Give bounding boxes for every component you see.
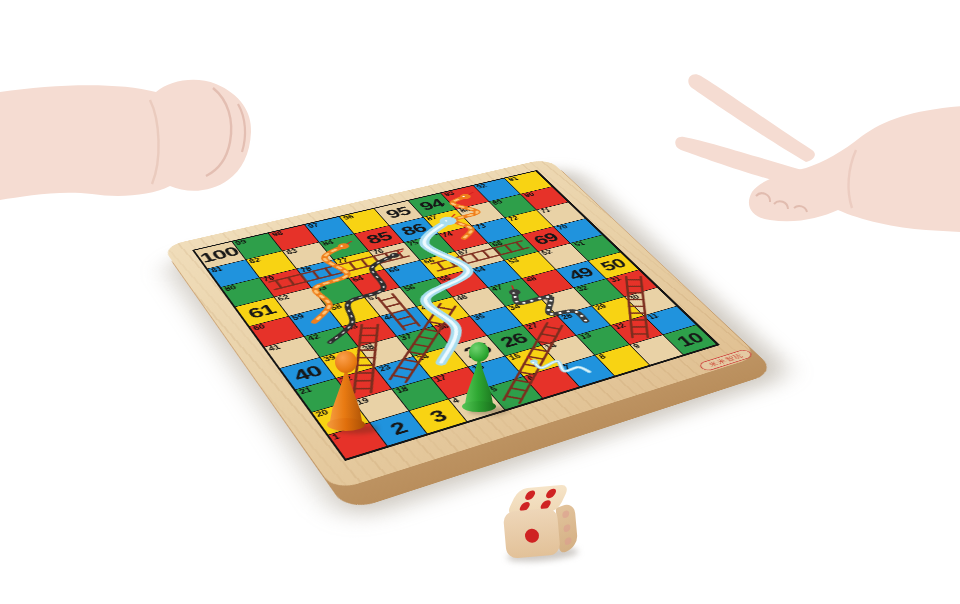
cell-number-24: 24	[416, 353, 431, 362]
cell-number-64: 64	[351, 275, 366, 283]
cell-number-87: 87	[425, 215, 439, 222]
cell-number-73: 73	[474, 223, 488, 230]
cell-number-1: 1	[331, 433, 342, 442]
cell-number-13: 13	[578, 332, 593, 341]
die-pip	[524, 528, 539, 543]
cell-number-9: 9	[632, 343, 642, 350]
cell-number-62: 62	[276, 294, 291, 302]
cell-number-4: 4	[451, 397, 462, 405]
pawn-green-body	[465, 356, 493, 404]
cell-number-80: 80	[223, 284, 238, 292]
cell-number-27: 27	[525, 323, 540, 332]
cell-number-23: 23	[377, 364, 393, 373]
die-pip	[563, 523, 570, 533]
pawn-orange-head	[335, 351, 357, 373]
cell-number-68: 68	[490, 240, 504, 247]
cell-number-60: 60	[252, 323, 267, 332]
cell-number-97: 97	[307, 222, 321, 229]
cell-number-6: 6	[526, 375, 537, 383]
cell-number-90: 90	[523, 192, 536, 199]
cell-number-91: 91	[507, 176, 520, 183]
cell-number-96: 96	[342, 214, 356, 221]
cell-number-66: 66	[422, 257, 436, 265]
cell-number-29: 29	[594, 303, 609, 311]
cell-number-43: 43	[345, 323, 360, 332]
pawn-orange	[327, 351, 365, 431]
cell-number-77: 77	[336, 257, 350, 265]
die-front-face	[503, 507, 561, 559]
cell-number-7: 7	[562, 364, 573, 372]
cell-number-93: 93	[443, 191, 456, 198]
cell-number-18: 18	[394, 385, 410, 395]
cell-number-63: 63	[314, 285, 329, 293]
die-pip	[524, 490, 537, 500]
cell-number-76: 76	[372, 248, 386, 256]
cell-number-98: 98	[271, 230, 285, 237]
cell-number-92: 92	[475, 183, 488, 190]
cell-number-30: 30	[627, 294, 642, 302]
pawn-green-head	[469, 342, 489, 362]
cell-number-55: 55	[438, 275, 452, 283]
cell-number-44: 44	[382, 313, 397, 322]
cell-number-33: 33	[542, 294, 557, 302]
pawn-green-base	[462, 401, 496, 412]
cell-number-81: 81	[210, 266, 225, 274]
cell-number-72: 72	[507, 215, 521, 222]
cell-number-52: 52	[540, 249, 554, 256]
cell-number-99: 99	[234, 239, 248, 247]
cell-number-21: 21	[298, 386, 314, 396]
cell-number-15: 15	[507, 353, 522, 362]
hand-left-fist	[0, 80, 251, 200]
hand-right-scissors	[675, 74, 960, 232]
cell-number-37: 37	[399, 333, 414, 342]
pawn-orange-body	[330, 367, 362, 421]
cell-number-14: 14	[543, 342, 558, 351]
die	[497, 483, 583, 566]
cell-number-35: 35	[472, 313, 487, 321]
cell-number-71: 71	[539, 208, 553, 215]
cell-number-67: 67	[457, 249, 471, 257]
cell-number-74: 74	[441, 232, 455, 239]
cell-number-12: 12	[613, 322, 628, 330]
cell-number-54: 54	[473, 266, 487, 274]
cell-number-32: 32	[576, 285, 590, 293]
cell-number-78: 78	[299, 266, 313, 274]
cell-number-41: 41	[267, 344, 282, 353]
pawn-orange-base	[327, 418, 365, 431]
cell-number-59: 59	[291, 313, 306, 322]
cell-number-84: 84	[321, 239, 335, 247]
cell-number-79: 79	[262, 275, 277, 283]
pawn-green	[462, 342, 496, 412]
cell-number-48: 48	[524, 276, 538, 284]
cell-number-70: 70	[556, 224, 570, 231]
cell-number-65: 65	[387, 266, 401, 274]
die-pip	[562, 509, 569, 519]
cell-number-51: 51	[573, 241, 587, 248]
cell-number-75: 75	[407, 240, 421, 247]
cell-number-11: 11	[646, 313, 660, 321]
cell-number-83: 83	[285, 248, 299, 256]
die-pip	[564, 537, 571, 547]
cell-number-36: 36	[436, 323, 451, 332]
cell-number-89: 89	[491, 199, 505, 206]
cell-number-88: 88	[458, 207, 472, 214]
cell-number-57: 57	[366, 294, 381, 302]
cell-number-46: 46	[455, 294, 470, 302]
cell-number-58: 58	[329, 304, 344, 312]
scene: 1009998979695949392918182838485868788899…	[0, 0, 960, 604]
cell-number-8: 8	[598, 353, 609, 360]
cell-number-31: 31	[609, 276, 623, 284]
die-pip	[544, 488, 557, 498]
cell-number-53: 53	[507, 258, 521, 266]
cell-number-56: 56	[403, 285, 418, 293]
cell-number-47: 47	[490, 285, 505, 293]
cell-number-45: 45	[419, 303, 434, 311]
cell-number-82: 82	[248, 257, 262, 265]
cell-number-17: 17	[433, 374, 449, 383]
cell-number-34: 34	[507, 303, 522, 311]
cell-number-42: 42	[306, 333, 321, 342]
game-board: 1009998979695949392918182838485868788899…	[192, 170, 720, 461]
cell-number-28: 28	[560, 313, 575, 321]
